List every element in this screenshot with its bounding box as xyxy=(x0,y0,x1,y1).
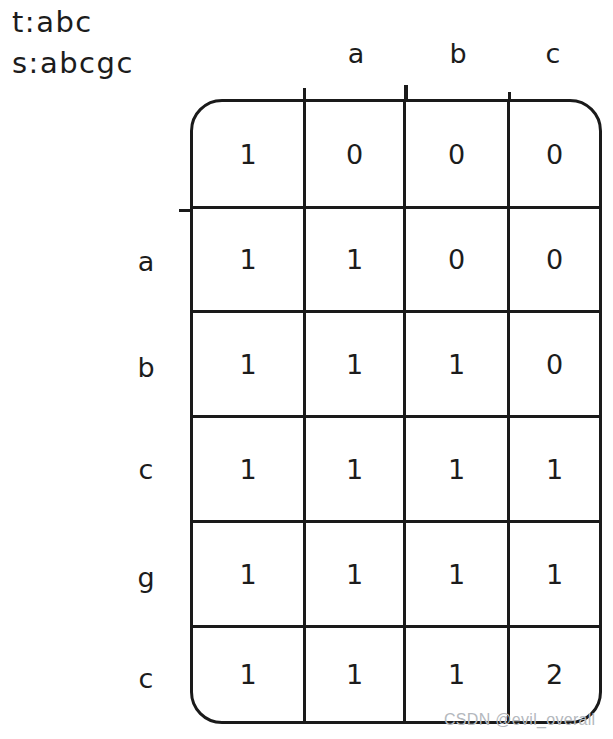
string-s-label: s:abcgc xyxy=(12,43,134,84)
grid-cell-r0c2: 0 xyxy=(406,102,510,209)
grid-cell-r0c1: 0 xyxy=(306,102,406,209)
string-t-label: t:abc xyxy=(12,2,134,43)
grid-cell-r5c1: 1 xyxy=(306,628,406,721)
row-label-a: a xyxy=(138,246,155,277)
page: t:abc s:abcgc a b c a b c g c 1 0 0 0 1 … xyxy=(0,0,613,739)
grid-cell-r4c1: 1 xyxy=(306,523,406,628)
row-label-c2: c xyxy=(139,663,154,694)
grid-cell-r5c2: 1 xyxy=(406,628,510,721)
grid-cell-r1c1: 1 xyxy=(306,209,406,313)
grid-cell-r2c2: 1 xyxy=(406,313,510,418)
watermark: CSDN @evil_overall xyxy=(444,711,595,729)
grid-cell-r2c3: 0 xyxy=(510,313,599,418)
grid-cell-r3c0: 1 xyxy=(193,418,306,523)
grid-cell-r4c3: 1 xyxy=(510,523,599,628)
row-label-c: c xyxy=(139,454,154,485)
col-header-a: a xyxy=(348,38,365,69)
row-label-b: b xyxy=(137,352,154,383)
grid-cell-r0c0: 1 xyxy=(193,102,306,209)
grid-cell-r3c3: 1 xyxy=(510,418,599,523)
grid-cell-r5c0: 1 xyxy=(193,628,306,721)
grid-cell-r3c1: 1 xyxy=(306,418,406,523)
row-label-g: g xyxy=(137,562,154,593)
grid-cell-r3c2: 1 xyxy=(406,418,510,523)
grid-cell-r4c0: 1 xyxy=(193,523,306,628)
grid-cell-r1c3: 0 xyxy=(510,209,599,313)
grid-cell-r0c3: 0 xyxy=(510,102,599,209)
col-header-c: c xyxy=(546,38,561,69)
grid-cell-r5c3: 2 xyxy=(510,628,599,721)
grid-cell-r2c1: 1 xyxy=(306,313,406,418)
string-definitions: t:abc s:abcgc xyxy=(12,2,134,84)
grid-cell-r2c0: 1 xyxy=(193,313,306,418)
grid-cell-r4c2: 1 xyxy=(406,523,510,628)
grid-cell-r1c2: 0 xyxy=(406,209,510,313)
dp-grid: 1 0 0 0 1 1 0 0 1 1 1 0 1 1 1 1 1 1 1 1 … xyxy=(190,99,602,724)
col-header-b: b xyxy=(449,38,466,69)
grid-cell-r1c0: 1 xyxy=(193,209,306,313)
